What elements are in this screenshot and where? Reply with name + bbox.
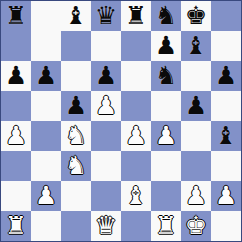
chess-board: ♜♝♛♜♞♚♟♝♟♟♟♞♟♟♟♟♟♞♟♟♝♞♟♝♟♟♜♛♜♚: [0, 0, 242, 242]
square-g6[interactable]: [181, 61, 211, 91]
piece-black-bishop[interactable]: ♝: [65, 3, 87, 28]
piece-white-pawn[interactable]: ♟: [155, 123, 177, 148]
square-h7[interactable]: [211, 31, 241, 61]
square-b3[interactable]: [31, 151, 61, 181]
square-f1[interactable]: ♜: [151, 211, 181, 241]
square-f6[interactable]: ♞: [151, 61, 181, 91]
piece-black-pawn[interactable]: ♟: [5, 63, 27, 88]
square-e6[interactable]: [121, 61, 151, 91]
square-b8[interactable]: [31, 1, 61, 31]
square-g7[interactable]: ♝: [181, 31, 211, 61]
square-c2[interactable]: [61, 181, 91, 211]
square-a5[interactable]: [1, 91, 31, 121]
square-d5[interactable]: ♟: [91, 91, 121, 121]
square-e4[interactable]: ♟: [121, 121, 151, 151]
piece-black-king[interactable]: ♚: [185, 3, 207, 28]
square-a2[interactable]: [1, 181, 31, 211]
piece-white-pawn[interactable]: ♟: [5, 123, 27, 148]
piece-white-rook[interactable]: ♜: [155, 213, 177, 238]
square-d4[interactable]: [91, 121, 121, 151]
piece-white-queen[interactable]: ♛: [95, 213, 117, 238]
square-g4[interactable]: [181, 121, 211, 151]
square-e5[interactable]: [121, 91, 151, 121]
square-c5[interactable]: ♟: [61, 91, 91, 121]
square-g1[interactable]: ♚: [181, 211, 211, 241]
square-d8[interactable]: ♛: [91, 1, 121, 31]
piece-black-pawn[interactable]: ♟: [215, 63, 237, 88]
piece-white-bishop[interactable]: ♝: [125, 183, 147, 208]
square-c3[interactable]: ♞: [61, 151, 91, 181]
piece-black-queen[interactable]: ♛: [95, 3, 117, 28]
square-d2[interactable]: [91, 181, 121, 211]
piece-black-pawn[interactable]: ♟: [95, 63, 117, 88]
piece-white-pawn[interactable]: ♟: [125, 123, 147, 148]
square-d3[interactable]: [91, 151, 121, 181]
piece-white-pawn[interactable]: ♟: [95, 93, 117, 118]
piece-black-pawn[interactable]: ♟: [155, 33, 177, 58]
piece-white-pawn[interactable]: ♟: [215, 183, 237, 208]
square-d6[interactable]: ♟: [91, 61, 121, 91]
square-b1[interactable]: [31, 211, 61, 241]
square-b2[interactable]: ♟: [31, 181, 61, 211]
square-h4[interactable]: ♝: [211, 121, 241, 151]
piece-black-pawn[interactable]: ♟: [65, 93, 87, 118]
piece-black-pawn[interactable]: ♟: [35, 63, 57, 88]
square-c1[interactable]: [61, 211, 91, 241]
square-h2[interactable]: ♟: [211, 181, 241, 211]
piece-black-rook[interactable]: ♜: [5, 3, 27, 28]
piece-white-pawn[interactable]: ♟: [35, 183, 57, 208]
square-d7[interactable]: [91, 31, 121, 61]
square-h1[interactable]: [211, 211, 241, 241]
piece-white-rook[interactable]: ♜: [5, 213, 27, 238]
square-g5[interactable]: ♟: [181, 91, 211, 121]
square-b4[interactable]: [31, 121, 61, 151]
square-a8[interactable]: ♜: [1, 1, 31, 31]
square-c4[interactable]: ♞: [61, 121, 91, 151]
square-a7[interactable]: [1, 31, 31, 61]
piece-white-pawn[interactable]: ♟: [185, 183, 207, 208]
piece-black-rook[interactable]: ♜: [125, 3, 147, 28]
piece-black-knight[interactable]: ♞: [155, 3, 177, 28]
piece-white-knight[interactable]: ♞: [65, 123, 87, 148]
square-b5[interactable]: [31, 91, 61, 121]
square-g2[interactable]: ♟: [181, 181, 211, 211]
piece-white-knight[interactable]: ♞: [65, 153, 87, 178]
square-g3[interactable]: [181, 151, 211, 181]
square-b7[interactable]: [31, 31, 61, 61]
square-c8[interactable]: ♝: [61, 1, 91, 31]
square-c7[interactable]: [61, 31, 91, 61]
square-h6[interactable]: ♟: [211, 61, 241, 91]
piece-black-pawn[interactable]: ♟: [185, 93, 207, 118]
square-d1[interactable]: ♛: [91, 211, 121, 241]
square-e7[interactable]: [121, 31, 151, 61]
square-a4[interactable]: ♟: [1, 121, 31, 151]
square-h8[interactable]: [211, 1, 241, 31]
square-g8[interactable]: ♚: [181, 1, 211, 31]
square-f7[interactable]: ♟: [151, 31, 181, 61]
square-f5[interactable]: [151, 91, 181, 121]
square-e8[interactable]: ♜: [121, 1, 151, 31]
square-e3[interactable]: [121, 151, 151, 181]
square-c6[interactable]: [61, 61, 91, 91]
square-a1[interactable]: ♜: [1, 211, 31, 241]
square-f4[interactable]: ♟: [151, 121, 181, 151]
square-e2[interactable]: ♝: [121, 181, 151, 211]
square-e1[interactable]: [121, 211, 151, 241]
square-a3[interactable]: [1, 151, 31, 181]
square-h5[interactable]: [211, 91, 241, 121]
piece-black-bishop[interactable]: ♝: [215, 123, 237, 148]
square-f3[interactable]: [151, 151, 181, 181]
square-f8[interactable]: ♞: [151, 1, 181, 31]
square-a6[interactable]: ♟: [1, 61, 31, 91]
square-b6[interactable]: ♟: [31, 61, 61, 91]
piece-white-king[interactable]: ♚: [185, 213, 207, 238]
piece-black-bishop[interactable]: ♝: [185, 33, 207, 58]
piece-black-knight[interactable]: ♞: [155, 63, 177, 88]
square-h3[interactable]: [211, 151, 241, 181]
square-f2[interactable]: [151, 181, 181, 211]
